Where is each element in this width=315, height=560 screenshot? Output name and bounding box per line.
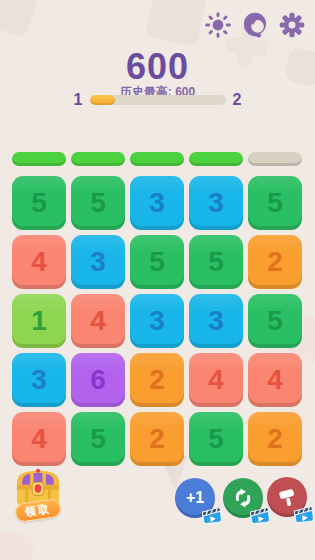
tile-2[interactable]: 2 [248, 412, 302, 466]
tile-4[interactable]: 4 [12, 412, 66, 466]
decor-square [0, 529, 35, 560]
tile-3[interactable]: 3 [130, 294, 184, 348]
brightness-button[interactable] [204, 11, 232, 39]
tile-1[interactable]: 1 [12, 294, 66, 348]
lane-bar-filled [71, 152, 125, 166]
tile-2[interactable]: 2 [248, 235, 302, 289]
support-headset-icon [241, 11, 269, 39]
board-grid: 5533543552143353624445252 [12, 176, 302, 466]
gear-icon [278, 11, 306, 39]
level-progress-bar [90, 95, 226, 105]
chest-claim-button[interactable]: 领取 [13, 468, 65, 524]
video-ad-icon [293, 505, 315, 524]
tile-4[interactable]: 4 [12, 235, 66, 289]
add-one-label: +1 [186, 489, 204, 507]
add-one-button[interactable]: +1 [175, 478, 215, 518]
video-ad-icon [201, 506, 223, 525]
tile-5[interactable]: 5 [130, 235, 184, 289]
lane-bar-filled [130, 152, 184, 166]
swap-recycle-icon [231, 486, 255, 510]
level-next: 2 [233, 91, 242, 109]
tile-5[interactable]: 5 [248, 294, 302, 348]
tile-4[interactable]: 4 [189, 353, 243, 407]
video-ad-icon [249, 506, 271, 525]
game-screen: 600 历史最高: 600 1 2 5533543552143353624445… [0, 0, 315, 560]
tile-5[interactable]: 5 [189, 412, 243, 466]
hammer-icon [276, 486, 299, 509]
support-button[interactable] [241, 11, 269, 39]
tile-2[interactable]: 2 [130, 412, 184, 466]
settings-button[interactable] [278, 11, 306, 39]
tile-4[interactable]: 4 [248, 353, 302, 407]
tile-4[interactable]: 4 [71, 294, 125, 348]
tile-3[interactable]: 3 [130, 176, 184, 230]
decor-square [145, 0, 207, 47]
tile-5[interactable]: 5 [12, 176, 66, 230]
level-progress-fill [90, 95, 116, 105]
hammer-button[interactable] [267, 477, 307, 517]
tile-5[interactable]: 5 [189, 235, 243, 289]
tile-3[interactable]: 3 [12, 353, 66, 407]
tile-3[interactable]: 3 [189, 294, 243, 348]
decor-square [0, 0, 40, 38]
tile-5[interactable]: 5 [248, 176, 302, 230]
tile-2[interactable]: 2 [130, 353, 184, 407]
lane-bars [12, 152, 302, 166]
swap-button[interactable] [223, 478, 263, 518]
tile-6[interactable]: 6 [71, 353, 125, 407]
lane-bar-filled [12, 152, 66, 166]
score-value: 600 [0, 46, 315, 88]
tile-5[interactable]: 5 [71, 176, 125, 230]
tile-3[interactable]: 3 [71, 235, 125, 289]
topbar [204, 11, 306, 39]
level-progress-row: 1 2 [0, 90, 315, 110]
level-current: 1 [74, 91, 83, 109]
lane-bar-empty [248, 152, 302, 166]
lane-bar-filled [189, 152, 243, 166]
sun-icon [205, 12, 231, 38]
tile-3[interactable]: 3 [189, 176, 243, 230]
tile-5[interactable]: 5 [71, 412, 125, 466]
